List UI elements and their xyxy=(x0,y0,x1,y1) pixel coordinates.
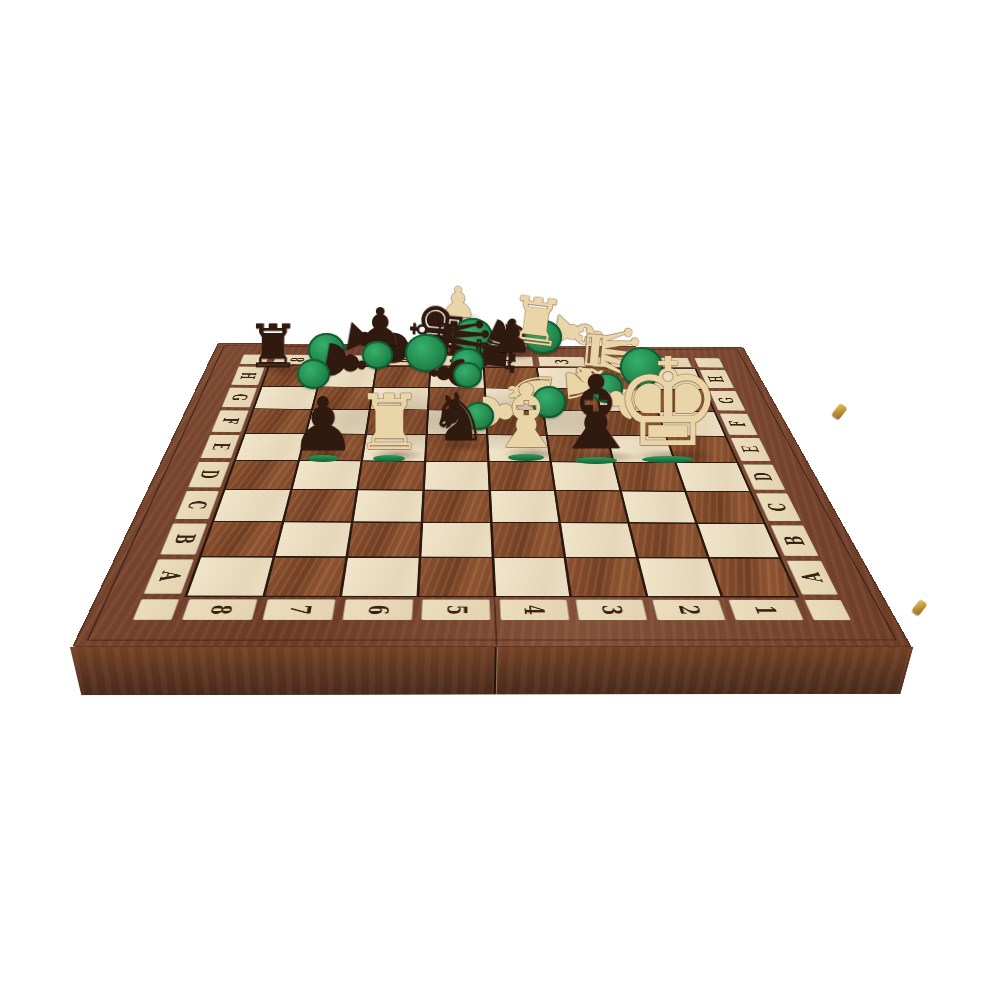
front-rank-label: 7 xyxy=(262,599,336,620)
square-c4[interactable] xyxy=(491,491,559,522)
label-text: A xyxy=(796,572,829,582)
square-b8[interactable] xyxy=(202,522,282,556)
square-b1[interactable] xyxy=(698,524,779,558)
square-a7[interactable] xyxy=(265,558,345,596)
label-text: 6 xyxy=(362,605,393,615)
label-text: 8 xyxy=(204,605,237,615)
piece-light-rook-standing[interactable]: ♜ xyxy=(351,385,427,461)
square-c3[interactable] xyxy=(556,491,627,522)
square-a2[interactable] xyxy=(639,559,721,597)
label-text: G xyxy=(228,394,252,401)
square-a4[interactable] xyxy=(494,558,569,596)
corner-cell xyxy=(132,599,179,620)
square-b6[interactable] xyxy=(348,523,420,557)
left-file-label: G xyxy=(221,387,257,407)
square-a5[interactable] xyxy=(419,558,493,596)
label-text: C xyxy=(764,503,793,511)
square-c8[interactable] xyxy=(214,490,289,521)
front-rank-label: 2 xyxy=(652,600,726,621)
front-rank-label: 5 xyxy=(421,599,491,620)
label-text: 3 xyxy=(596,605,627,615)
product-photo-stage: 8877665544332211HHGGFFEEDDCCBBAA ♜♟♟♟♜♟♜… xyxy=(0,0,1000,1000)
square-c7[interactable] xyxy=(284,490,356,521)
square-b4[interactable] xyxy=(492,523,563,557)
label-text: F xyxy=(218,418,243,424)
piece-dark-pawn-standing[interactable]: ♟ xyxy=(286,387,360,461)
square-b5[interactable] xyxy=(421,523,491,557)
square-a1[interactable] xyxy=(710,559,796,596)
square-a6[interactable] xyxy=(342,558,418,596)
left-file-label: F xyxy=(211,410,249,432)
label-text: F xyxy=(726,421,751,427)
square-c2[interactable] xyxy=(622,492,695,523)
square-b7[interactable] xyxy=(275,522,351,556)
label-text: E xyxy=(737,446,763,453)
board-front-face xyxy=(70,647,914,696)
label-text: D xyxy=(195,470,223,478)
left-file-label: E xyxy=(200,435,240,459)
front-rank-label: 6 xyxy=(342,599,413,620)
corner-cell xyxy=(804,600,851,621)
square-c6[interactable] xyxy=(354,490,423,521)
label-text: 5 xyxy=(441,605,471,615)
label-text: E xyxy=(207,443,233,450)
left-file-label: D xyxy=(188,462,230,488)
piece-dark-rook-standing[interactable]: ♜ xyxy=(243,316,303,376)
square-c1[interactable] xyxy=(687,492,763,523)
square-d8[interactable] xyxy=(226,461,297,489)
square-b2[interactable] xyxy=(630,523,708,557)
square-a8[interactable] xyxy=(187,558,272,596)
label-text: 7 xyxy=(283,605,315,615)
front-rank-label: 8 xyxy=(182,599,258,620)
piece-dark-pawn-standing[interactable]: ♟ xyxy=(489,313,535,359)
square-a3[interactable] xyxy=(566,558,645,596)
square-b3[interactable] xyxy=(561,523,635,557)
scene-tilt: 8877665544332211HHGGFFEEDDCCBBAA xyxy=(0,0,1000,1000)
square-d5[interactable] xyxy=(425,462,488,490)
label-text: B xyxy=(168,534,199,544)
label-text: 1 xyxy=(749,605,782,615)
front-rank-label: 1 xyxy=(728,600,804,621)
label-text: D xyxy=(750,473,778,481)
front-rank-label: 4 xyxy=(499,599,570,620)
piece-dark-bishop-standing[interactable]: ♝ xyxy=(545,362,647,464)
label-text: B xyxy=(779,535,810,545)
label-text: 2 xyxy=(673,605,705,615)
label-text: A xyxy=(153,571,186,581)
label-text: C xyxy=(183,501,212,510)
square-c5[interactable] xyxy=(423,491,490,522)
front-rank-label: 3 xyxy=(576,599,648,620)
label-text: 4 xyxy=(519,605,549,615)
fold-seam-front xyxy=(494,647,497,695)
